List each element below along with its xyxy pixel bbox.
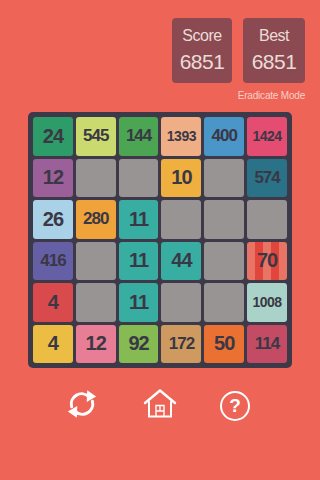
tile-545-r1c2: 545 (76, 117, 116, 156)
score-label: Score (182, 27, 221, 45)
empty-cell-r4c2 (76, 242, 116, 281)
score-box: Score 6851 (172, 18, 232, 83)
best-label: Best (259, 27, 289, 45)
home-button[interactable] (143, 388, 177, 424)
empty-cell-r3c4 (161, 200, 201, 239)
restart-icon (65, 387, 99, 425)
tile-92-r6c3: 92 (119, 325, 159, 364)
tile-11-r5c3: 11 (119, 283, 159, 322)
tile-24-r1c1: 24 (33, 117, 73, 156)
tile-416-r4c1: 416 (33, 242, 73, 281)
tile-44-r4c4: 44 (161, 242, 201, 281)
empty-cell-r3c6 (247, 200, 287, 239)
tile-10-r2c4: 10 (161, 159, 201, 198)
score-value: 6851 (180, 50, 225, 74)
help-glyph: ? (229, 395, 241, 417)
tile-11-r4c3: 11 (119, 242, 159, 281)
tile-70-r4c6: 70 (247, 242, 287, 281)
best-box: Best 6851 (243, 18, 305, 83)
empty-cell-r5c2 (76, 283, 116, 322)
tile-50-r6c5: 50 (204, 325, 244, 364)
tile-172-r6c4: 172 (161, 325, 201, 364)
home-icon (142, 387, 178, 425)
empty-cell-r2c2 (76, 159, 116, 198)
board-grid[interactable]: 2454514413934001424121057426280114161144… (28, 112, 292, 368)
tile-144-r1c3: 144 (119, 117, 159, 156)
empty-cell-r5c5 (204, 283, 244, 322)
empty-cell-r3c5 (204, 200, 244, 239)
tile-4-r5c1: 4 (33, 283, 73, 322)
help-icon: ? (220, 391, 250, 421)
tile-4-r6c1: 4 (33, 325, 73, 364)
tile-11-r3c3: 11 (119, 200, 159, 239)
help-button[interactable]: ? (218, 388, 252, 424)
tile-1424-r1c6: 1424 (247, 117, 287, 156)
best-value: 6851 (252, 50, 297, 74)
tile-26-r3c1: 26 (33, 200, 73, 239)
tile-12-r6c2: 12 (76, 325, 116, 364)
tile-1008-r5c6: 1008 (247, 283, 287, 322)
empty-cell-r2c3 (119, 159, 159, 198)
tile-280-r3c2: 280 (76, 200, 116, 239)
tile-574-r2c6: 574 (247, 159, 287, 198)
restart-button[interactable] (65, 388, 99, 424)
empty-cell-r2c5 (204, 159, 244, 198)
game-screen: { "game": "2048-style merge puzzle (Erad… (0, 0, 320, 480)
tile-114-r6c6: 114 (247, 325, 287, 364)
tile-12-r2c1: 12 (33, 159, 73, 198)
empty-cell-r4c5 (204, 242, 244, 281)
tile-400-r1c5: 400 (204, 117, 244, 156)
mode-label: Eradicate Mode (238, 90, 305, 101)
empty-cell-r5c4 (161, 283, 201, 322)
tile-1393-r1c4: 1393 (161, 117, 201, 156)
